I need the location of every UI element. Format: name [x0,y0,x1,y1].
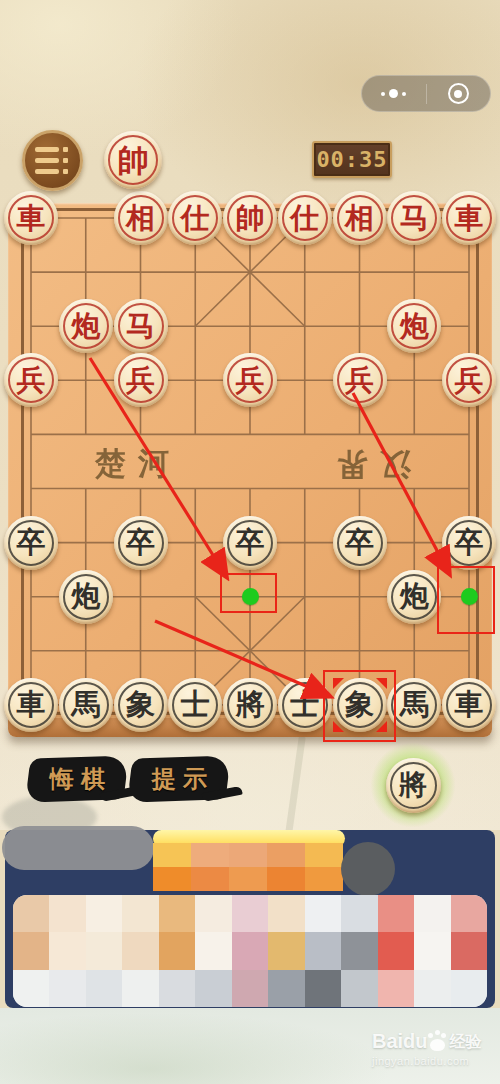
ad-mosaic-block [305,932,341,969]
ad-mosaic-block [159,895,195,932]
ad-mosaic-block [305,843,343,867]
piece-red-兵[interactable]: 兵 [114,353,168,407]
ad-mosaic-block [49,970,85,1007]
more-button[interactable] [362,76,426,111]
ad-mosaic-block [378,970,414,1007]
ad-mosaic-block [232,895,268,932]
ad-mosaic-block [341,932,377,969]
ad-mosaic-block [451,932,487,969]
ad-mosaic-block [153,843,191,867]
miniprogram-capsule [361,75,491,112]
ad-mosaic-block [13,932,49,969]
ad-mosaic-block [191,843,229,867]
selection-corner-mark [333,721,344,732]
dot-icon [402,92,406,96]
watermark-suffix: 经验 [450,1032,482,1053]
piece-red-兵[interactable]: 兵 [333,353,387,407]
watermark-url: jingyan.baidu.com [372,1055,482,1067]
piece-black-象[interactable]: 象 [114,678,168,732]
red-turn-indicator: 帥 [104,131,162,189]
piece-black-卒[interactable]: 卒 [223,516,277,570]
ad-mosaic-block [267,843,305,867]
ad-mosaic-block [229,843,267,867]
ad-mosaic-block [341,970,377,1007]
ad-mosaic-block [86,970,122,1007]
ad-mosaic-block [414,970,450,1007]
hamburger-icon [35,169,80,174]
ad-mosaic-block [305,867,343,891]
hint-button[interactable]: 提示 [127,755,231,802]
piece-black-炮[interactable]: 炮 [387,570,441,624]
river-label-chu: 楚河 [78,443,198,485]
piece-red-兵[interactable]: 兵 [442,353,496,407]
piece-red-仕[interactable]: 仕 [168,191,222,245]
piece-red-相[interactable]: 相 [114,191,168,245]
ad-mosaic-block [195,895,231,932]
ad-mosaic-orange [153,843,343,891]
ad-mosaic-panel [13,895,487,1007]
black-turn-indicator-glow: 將 [370,742,456,828]
ad-mosaic-block [86,895,122,932]
piece-red-車[interactable]: 車 [442,191,496,245]
piece-black-將[interactable]: 將 [223,678,277,732]
watermark-brand: Baidu [372,1030,428,1053]
ad-mosaic-block [122,970,158,1007]
ad-mosaic-block [49,895,85,932]
piece-black-卒[interactable]: 卒 [114,516,168,570]
target-dot [242,588,259,605]
piece-black-炮[interactable]: 炮 [59,570,113,624]
close-button[interactable] [427,76,491,111]
ad-mosaic-block [414,932,450,969]
ad-mosaic-block [13,970,49,1007]
dot-icon [381,92,385,96]
piece-black-卒[interactable]: 卒 [333,516,387,570]
piece-black-車[interactable]: 車 [4,678,58,732]
ad-mosaic-block [268,932,304,969]
ad-mosaic-block [267,867,305,891]
river-label-han: 汉界 [308,443,428,485]
black-turn-indicator: 將 [386,758,441,813]
ad-mosaic-block [305,895,341,932]
ad-mosaic-block [159,932,195,969]
selection-corner-mark [376,678,387,689]
ad-mosaic-block [451,895,487,932]
baidu-jingyan-watermark: Baidu 经验 jingyan.baidu.com [372,1030,482,1067]
piece-red-马[interactable]: 马 [387,191,441,245]
ad-mosaic-block [229,867,267,891]
piece-red-兵[interactable]: 兵 [223,353,277,407]
ad-mosaic-block [305,970,341,1007]
ad-mosaic-block [153,867,191,891]
ad-mosaic-block [378,932,414,969]
piece-red-車[interactable]: 車 [4,191,58,245]
ad-mosaic-block [232,932,268,969]
dot-icon [389,89,398,98]
ad-mosaic-block [191,867,229,891]
ad-mosaic-block [195,970,231,1007]
hamburger-icon [35,147,80,152]
ad-white-panel [13,895,487,1007]
ad-mosaic-block [195,932,231,969]
selection-corner-mark [376,721,387,732]
selection-corner-mark [333,678,344,689]
ad-blob-dark [341,842,395,896]
ad-mosaic-block [378,895,414,932]
piece-black-士[interactable]: 士 [168,678,222,732]
piece-black-卒[interactable]: 卒 [442,516,496,570]
ad-mosaic-block [268,895,304,932]
menu-button[interactable] [22,130,83,191]
ad-mosaic-block [451,970,487,1007]
piece-red-炮[interactable]: 炮 [59,299,113,353]
circled-dot-icon [448,83,469,104]
ad-banner-blurred[interactable] [5,830,495,1008]
piece-red-相[interactable]: 相 [333,191,387,245]
ad-mosaic-block [122,895,158,932]
hamburger-icon [35,158,80,163]
game-timer: 00:35 [312,141,392,178]
target-dot [461,588,478,605]
ad-mosaic-block [13,895,49,932]
ad-mosaic-block [159,970,195,1007]
ad-mosaic-block [268,970,304,1007]
ad-blob-gray [2,826,154,870]
xiangqi-board[interactable]: 楚河 汉界 [8,203,492,718]
piece-red-帥[interactable]: 帥 [223,191,277,245]
piece-red-马[interactable]: 马 [114,299,168,353]
ad-mosaic-block [232,970,268,1007]
ad-mosaic-block [122,932,158,969]
ad-mosaic-block [414,895,450,932]
piece-black-車[interactable]: 車 [442,678,496,732]
piece-black-馬[interactable]: 馬 [59,678,113,732]
piece-black-卒[interactable]: 卒 [4,516,58,570]
piece-red-仕[interactable]: 仕 [278,191,332,245]
ad-mosaic-block [86,932,122,969]
ad-mosaic-block [49,932,85,969]
ad-mosaic-block [341,895,377,932]
baidu-paw-icon [430,1039,445,1051]
piece-red-兵[interactable]: 兵 [4,353,58,407]
undo-move-button[interactable]: 悔棋 [25,755,129,802]
